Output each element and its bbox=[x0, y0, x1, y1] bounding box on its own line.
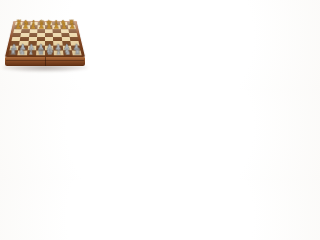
square-f1[interactable]: ♝ bbox=[54, 50, 63, 55]
silver-queen: ♛ bbox=[37, 48, 45, 56]
gold-pawn: ♟ bbox=[15, 23, 21, 30]
gold-pawn: ♟ bbox=[23, 23, 29, 30]
silver-king: ♚ bbox=[46, 48, 54, 56]
silver-knight: ♞ bbox=[64, 48, 72, 56]
gold-pawn: ♟ bbox=[46, 23, 52, 30]
square-e7[interactable]: ♟ bbox=[45, 25, 53, 29]
gold-pawn: ♟ bbox=[53, 23, 59, 30]
silver-knight: ♞ bbox=[18, 48, 26, 56]
square-e1[interactable]: ♚ bbox=[45, 50, 54, 55]
gold-pawn: ♟ bbox=[38, 23, 44, 30]
square-c1[interactable]: ♝ bbox=[27, 50, 36, 55]
gold-pawn: ♟ bbox=[30, 23, 36, 30]
silver-bishop: ♝ bbox=[28, 48, 36, 56]
gold-pawn: ♟ bbox=[69, 23, 75, 30]
square-g1[interactable]: ♞ bbox=[63, 50, 73, 55]
silver-bishop: ♝ bbox=[55, 48, 63, 56]
square-h7[interactable]: ♟ bbox=[68, 25, 76, 29]
silver-rook: ♜ bbox=[73, 48, 81, 56]
square-h1[interactable]: ♜ bbox=[72, 50, 82, 55]
gold-pawn: ♟ bbox=[61, 23, 67, 30]
square-d7[interactable]: ♟ bbox=[37, 25, 45, 29]
silver-rook: ♜ bbox=[9, 48, 17, 56]
square-d1[interactable]: ♛ bbox=[36, 50, 45, 55]
board-halves-seam bbox=[45, 57, 46, 66]
square-b1[interactable]: ♞ bbox=[18, 50, 28, 55]
square-a1[interactable]: ♜ bbox=[8, 50, 18, 55]
chess-set-photo: ♜♞♝♛♚♝♞♜♟♟♟♟♟♟♟♟♟♟♟♟♟♟♟♟♜♞♝♛♚♝♞♜ bbox=[0, 0, 90, 90]
square-a7[interactable]: ♟ bbox=[14, 25, 22, 29]
square-b7[interactable]: ♟ bbox=[22, 25, 30, 29]
board-grid: ♜♞♝♛♚♝♞♜♟♟♟♟♟♟♟♟♟♟♟♟♟♟♟♟♜♞♝♛♚♝♞♜ bbox=[8, 22, 81, 55]
chess-board: ♜♞♝♛♚♝♞♜♟♟♟♟♟♟♟♟♟♟♟♟♟♟♟♟♜♞♝♛♚♝♞♜ bbox=[5, 21, 85, 57]
square-c7[interactable]: ♟ bbox=[30, 25, 38, 29]
square-g7[interactable]: ♟ bbox=[60, 25, 68, 29]
square-f7[interactable]: ♟ bbox=[53, 25, 61, 29]
board-front-edge bbox=[5, 57, 85, 66]
